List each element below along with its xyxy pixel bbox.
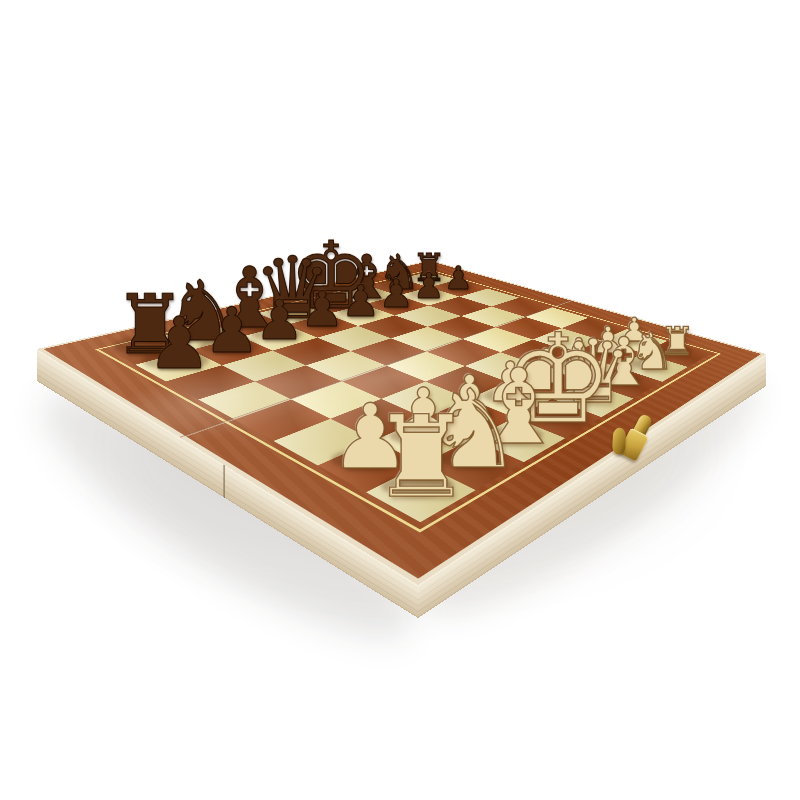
product-photo-scene: ♜♞♟♝♟♚♟♛♟♝♟♞♟♟♜♟♟♜♟♟♞♟♝♛♟♚♟♝♟♞♟♜ [0,0,800,800]
piece-black-pawn[interactable]: ♟ [136,308,222,380]
piece-white-rook[interactable]: ♜ [354,401,490,514]
folding-seam-side [223,464,225,498]
